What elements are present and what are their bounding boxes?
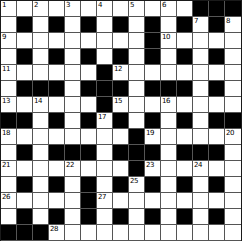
crossword-cell[interactable] — [49, 33, 65, 49]
crossword-cell[interactable]: 4 — [97, 1, 113, 17]
clue-number: 25 — [130, 177, 138, 185]
block-cell — [145, 209, 161, 225]
block-cell — [225, 113, 241, 129]
block-cell — [177, 209, 193, 225]
clue-number: 19 — [146, 129, 154, 137]
clue-number: 24 — [194, 161, 202, 169]
crossword-cell[interactable] — [145, 1, 161, 17]
crossword-cell[interactable]: 25 — [129, 177, 145, 193]
crossword-cell[interactable] — [33, 209, 49, 225]
crossword-cell[interactable] — [49, 129, 65, 145]
crossword-cell[interactable] — [97, 129, 113, 145]
block-cell — [145, 49, 161, 65]
clue-number: 13 — [2, 97, 10, 105]
crossword-cell[interactable] — [161, 17, 177, 33]
crossword-cell[interactable] — [161, 225, 177, 241]
crossword-cell[interactable] — [113, 193, 129, 209]
block-cell — [81, 113, 97, 129]
crossword-cell[interactable] — [129, 193, 145, 209]
crossword-cell[interactable] — [81, 1, 97, 17]
crossword-cell[interactable] — [193, 113, 209, 129]
crossword-cell[interactable] — [113, 225, 129, 241]
crossword-cell[interactable] — [193, 65, 209, 81]
block-cell — [209, 81, 225, 97]
clue-number: 22 — [66, 161, 74, 169]
block-cell — [113, 17, 129, 33]
crossword-cell[interactable] — [161, 129, 177, 145]
crossword-cell[interactable]: 16 — [161, 97, 177, 113]
crossword-cell[interactable] — [33, 49, 49, 65]
block-cell — [193, 145, 209, 161]
block-cell — [17, 145, 33, 161]
crossword-cell[interactable]: 20 — [225, 129, 241, 145]
block-cell — [1, 113, 17, 129]
crossword-cell[interactable]: 28 — [49, 225, 65, 241]
crossword-cell[interactable] — [49, 193, 65, 209]
clue-number: 18 — [2, 129, 10, 137]
crossword-cell[interactable] — [145, 193, 161, 209]
clue-number: 7 — [194, 17, 198, 25]
crossword-cell[interactable] — [209, 161, 225, 177]
crossword-cell[interactable]: 8 — [225, 17, 241, 33]
block-cell — [177, 145, 193, 161]
block-cell — [81, 17, 97, 33]
crossword-cell[interactable] — [209, 65, 225, 81]
block-cell — [177, 17, 193, 33]
crossword-cell[interactable] — [81, 161, 97, 177]
crossword-cell[interactable] — [225, 33, 241, 49]
crossword-cell[interactable]: 14 — [33, 97, 49, 113]
block-cell — [49, 81, 65, 97]
clue-number: 15 — [114, 97, 122, 105]
block-cell — [129, 161, 145, 177]
block-cell — [113, 177, 129, 193]
block-cell — [209, 1, 225, 17]
crossword-cell[interactable] — [193, 225, 209, 241]
clue-number: 23 — [146, 161, 154, 169]
crossword-cell[interactable] — [65, 81, 81, 97]
crossword-cell[interactable] — [129, 65, 145, 81]
crossword-board: 1234567891011121314151617181920212223242… — [0, 0, 242, 241]
crossword-cell[interactable] — [193, 97, 209, 113]
block-cell — [113, 49, 129, 65]
crossword-cell[interactable]: 9 — [1, 33, 17, 49]
crossword-cell[interactable] — [209, 129, 225, 145]
crossword-cell[interactable] — [193, 33, 209, 49]
crossword-cell[interactable] — [129, 209, 145, 225]
block-cell — [81, 145, 97, 161]
crossword-cell[interactable] — [97, 225, 113, 241]
crossword-cell[interactable]: 21 — [1, 161, 17, 177]
crossword-cell[interactable]: 18 — [1, 129, 17, 145]
block-cell — [225, 1, 241, 17]
crossword-cell[interactable] — [17, 1, 33, 17]
crossword-grid: 1234567891011121314151617181920212223242… — [0, 0, 242, 241]
crossword-cell[interactable] — [81, 129, 97, 145]
crossword-cell[interactable] — [225, 161, 241, 177]
block-cell — [145, 177, 161, 193]
crossword-cell[interactable] — [177, 1, 193, 17]
crossword-cell[interactable] — [33, 161, 49, 177]
crossword-cell[interactable] — [129, 97, 145, 113]
block-cell — [113, 209, 129, 225]
block-cell — [113, 113, 129, 129]
crossword-cell[interactable] — [177, 225, 193, 241]
clue-number: 27 — [98, 193, 106, 201]
crossword-cell[interactable] — [161, 113, 177, 129]
block-cell — [17, 209, 33, 225]
crossword-cell[interactable] — [81, 33, 97, 49]
clue-number: 6 — [162, 1, 166, 9]
crossword-cell[interactable] — [129, 33, 145, 49]
crossword-cell[interactable] — [65, 209, 81, 225]
block-cell — [49, 209, 65, 225]
crossword-cell[interactable] — [49, 1, 65, 17]
crossword-cell[interactable] — [17, 161, 33, 177]
crossword-cell[interactable]: 11 — [1, 65, 17, 81]
block-cell — [129, 145, 145, 161]
clue-number: 10 — [162, 33, 170, 41]
crossword-cell[interactable]: 7 — [193, 17, 209, 33]
crossword-cell[interactable]: 17 — [97, 113, 113, 129]
crossword-cell[interactable] — [177, 65, 193, 81]
block-cell — [49, 113, 65, 129]
block-cell — [81, 81, 97, 97]
crossword-cell[interactable] — [81, 225, 97, 241]
crossword-cell[interactable] — [81, 97, 97, 113]
block-cell — [177, 49, 193, 65]
crossword-cell[interactable] — [1, 49, 17, 65]
crossword-cell[interactable] — [97, 177, 113, 193]
block-cell — [97, 65, 113, 81]
crossword-cell[interactable] — [49, 97, 65, 113]
block-cell — [177, 113, 193, 129]
crossword-cell[interactable] — [33, 145, 49, 161]
crossword-cell[interactable] — [193, 49, 209, 65]
crossword-cell[interactable] — [97, 49, 113, 65]
crossword-cell[interactable] — [1, 17, 17, 33]
crossword-cell[interactable]: 10 — [161, 33, 177, 49]
crossword-cell[interactable] — [161, 177, 177, 193]
block-cell — [145, 81, 161, 97]
crossword-cell[interactable] — [177, 33, 193, 49]
crossword-cell[interactable]: 6 — [161, 1, 177, 17]
block-cell — [177, 177, 193, 193]
block-cell — [17, 113, 33, 129]
clue-number: 1 — [2, 1, 6, 9]
crossword-cell[interactable]: 23 — [145, 161, 161, 177]
crossword-cell[interactable]: 24 — [193, 161, 209, 177]
crossword-cell[interactable] — [225, 225, 241, 241]
crossword-cell[interactable] — [65, 193, 81, 209]
block-cell — [209, 209, 225, 225]
block-cell — [97, 97, 113, 113]
crossword-cell[interactable] — [145, 225, 161, 241]
block-cell — [145, 33, 161, 49]
block-cell — [81, 193, 97, 209]
crossword-cell[interactable]: 13 — [1, 97, 17, 113]
clue-number: 5 — [130, 1, 134, 9]
clue-number: 21 — [2, 161, 10, 169]
crossword-cell[interactable] — [33, 177, 49, 193]
crossword-cell[interactable] — [65, 65, 81, 81]
crossword-cell[interactable] — [17, 97, 33, 113]
crossword-cell[interactable] — [193, 177, 209, 193]
block-cell — [17, 17, 33, 33]
crossword-cell[interactable] — [145, 65, 161, 81]
crossword-cell[interactable] — [225, 145, 241, 161]
crossword-cell[interactable] — [65, 129, 81, 145]
block-cell — [1, 225, 17, 241]
crossword-cell[interactable] — [81, 65, 97, 81]
crossword-cell[interactable] — [129, 17, 145, 33]
crossword-cell[interactable]: 2 — [33, 1, 49, 17]
block-cell — [113, 145, 129, 161]
crossword-cell[interactable] — [225, 81, 241, 97]
crossword-cell[interactable] — [161, 161, 177, 177]
crossword-cell[interactable] — [1, 209, 17, 225]
crossword-cell[interactable] — [225, 177, 241, 193]
crossword-cell[interactable]: 3 — [65, 1, 81, 17]
crossword-cell[interactable] — [177, 161, 193, 177]
clue-number: 4 — [98, 1, 102, 9]
block-cell — [17, 225, 33, 241]
crossword-cell[interactable] — [177, 193, 193, 209]
crossword-cell[interactable] — [193, 193, 209, 209]
crossword-cell[interactable] — [97, 209, 113, 225]
clue-number: 9 — [2, 33, 6, 41]
crossword-cell[interactable] — [17, 33, 33, 49]
crossword-cell[interactable] — [177, 129, 193, 145]
crossword-cell[interactable] — [209, 97, 225, 113]
crossword-cell[interactable] — [97, 161, 113, 177]
crossword-cell[interactable]: 27 — [97, 193, 113, 209]
block-cell — [145, 17, 161, 33]
crossword-cell[interactable] — [161, 145, 177, 161]
block-cell — [17, 177, 33, 193]
crossword-cell[interactable] — [225, 193, 241, 209]
crossword-cell[interactable] — [113, 1, 129, 17]
crossword-cell[interactable] — [161, 193, 177, 209]
clue-number: 11 — [2, 65, 10, 73]
crossword-cell[interactable]: 26 — [1, 193, 17, 209]
block-cell — [49, 145, 65, 161]
clue-number: 3 — [66, 1, 70, 9]
crossword-cell[interactable] — [97, 33, 113, 49]
crossword-cell[interactable] — [225, 97, 241, 113]
block-cell — [209, 145, 225, 161]
block-cell — [145, 145, 161, 161]
crossword-cell[interactable] — [33, 33, 49, 49]
crossword-cell[interactable] — [113, 161, 129, 177]
block-cell — [209, 49, 225, 65]
clue-number: 16 — [162, 97, 170, 105]
clue-number: 28 — [50, 225, 58, 233]
crossword-cell[interactable] — [97, 17, 113, 33]
block-cell — [81, 209, 97, 225]
block-cell — [33, 225, 49, 241]
crossword-cell[interactable] — [65, 33, 81, 49]
crossword-cell[interactable] — [145, 97, 161, 113]
block-cell — [209, 113, 225, 129]
crossword-cell[interactable] — [49, 161, 65, 177]
crossword-cell[interactable] — [129, 81, 145, 97]
crossword-cell[interactable] — [193, 129, 209, 145]
block-cell — [193, 1, 209, 17]
block-cell — [49, 17, 65, 33]
crossword-cell[interactable] — [129, 49, 145, 65]
block-cell — [81, 177, 97, 193]
crossword-cell[interactable] — [65, 97, 81, 113]
crossword-cell[interactable]: 5 — [129, 1, 145, 17]
crossword-cell[interactable] — [33, 17, 49, 33]
crossword-cell[interactable] — [1, 81, 17, 97]
block-cell — [209, 17, 225, 33]
block-cell — [161, 81, 177, 97]
block-cell — [97, 81, 113, 97]
crossword-cell[interactable] — [193, 81, 209, 97]
block-cell — [145, 113, 161, 129]
clue-number: 2 — [34, 1, 38, 9]
crossword-cell[interactable] — [129, 113, 145, 129]
block-cell — [209, 177, 225, 193]
clue-number: 26 — [2, 193, 10, 201]
crossword-cell[interactable] — [161, 49, 177, 65]
crossword-cell[interactable]: 1 — [1, 1, 17, 17]
crossword-cell[interactable] — [129, 225, 145, 241]
crossword-cell[interactable] — [193, 209, 209, 225]
crossword-cell[interactable] — [33, 65, 49, 81]
crossword-cell[interactable] — [113, 129, 129, 145]
block-cell — [33, 81, 49, 97]
crossword-cell[interactable] — [209, 33, 225, 49]
crossword-cell[interactable] — [209, 193, 225, 209]
crossword-cell[interactable] — [225, 65, 241, 81]
block-cell — [17, 81, 33, 97]
crossword-cell[interactable] — [33, 193, 49, 209]
clue-number: 17 — [98, 113, 106, 121]
crossword-cell[interactable] — [17, 65, 33, 81]
block-cell — [17, 49, 33, 65]
crossword-cell[interactable] — [97, 145, 113, 161]
clue-number: 12 — [114, 65, 122, 73]
crossword-cell[interactable] — [65, 225, 81, 241]
crossword-cell[interactable] — [225, 49, 241, 65]
crossword-cell[interactable] — [161, 65, 177, 81]
crossword-cell[interactable] — [17, 129, 33, 145]
block-cell — [49, 49, 65, 65]
crossword-cell[interactable] — [177, 97, 193, 113]
clue-number: 14 — [34, 97, 42, 105]
crossword-cell[interactable] — [161, 209, 177, 225]
crossword-cell[interactable] — [65, 113, 81, 129]
crossword-cell[interactable] — [65, 17, 81, 33]
crossword-cell[interactable] — [17, 193, 33, 209]
crossword-cell[interactable]: 22 — [65, 161, 81, 177]
crossword-cell[interactable] — [49, 65, 65, 81]
crossword-cell[interactable]: 12 — [113, 65, 129, 81]
crossword-cell[interactable] — [33, 113, 49, 129]
crossword-cell[interactable] — [209, 225, 225, 241]
block-cell — [113, 81, 129, 97]
block-cell — [65, 145, 81, 161]
block-cell — [81, 49, 97, 65]
crossword-cell[interactable] — [225, 209, 241, 225]
block-cell — [177, 81, 193, 97]
crossword-cell[interactable] — [1, 177, 17, 193]
crossword-cell[interactable] — [1, 145, 17, 161]
crossword-cell[interactable] — [65, 177, 81, 193]
crossword-cell[interactable]: 19 — [145, 129, 161, 145]
block-cell — [49, 177, 65, 193]
block-cell — [129, 129, 145, 145]
crossword-cell[interactable] — [33, 129, 49, 145]
crossword-cell[interactable]: 15 — [113, 97, 129, 113]
crossword-cell[interactable] — [113, 33, 129, 49]
clue-number: 20 — [226, 129, 234, 137]
clue-number: 8 — [226, 17, 230, 25]
crossword-cell[interactable] — [65, 49, 81, 65]
